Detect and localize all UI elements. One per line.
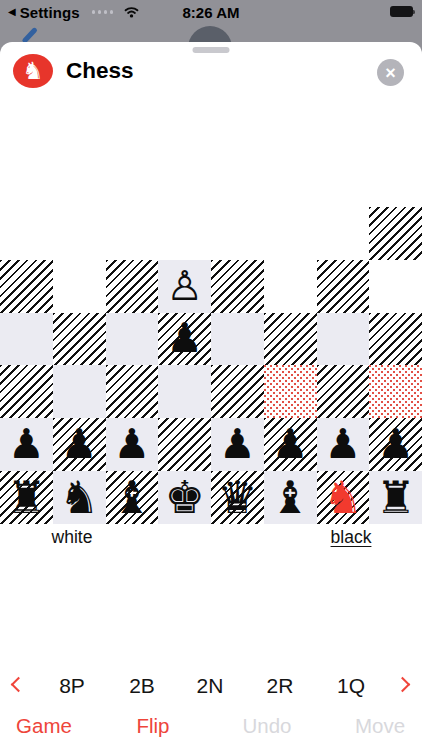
sheet-grab-handle[interactable] [193, 47, 230, 53]
knight-logo-icon: ♞ [22, 59, 44, 83]
square-g4 [53, 260, 106, 313]
square-b5[interactable] [317, 313, 370, 366]
square-f7[interactable]: ♟ [106, 418, 159, 471]
square-h3 [0, 207, 53, 260]
black-knight: ♞ [59, 475, 99, 520]
tray-item-knights[interactable]: 2N [180, 672, 240, 700]
square-e4[interactable]: ♙ [158, 260, 211, 313]
square-d7[interactable]: ♟ [211, 418, 264, 471]
black-bishop: ♝ [112, 475, 152, 520]
square-h6[interactable] [0, 365, 53, 418]
black-pawn: ♟ [61, 424, 98, 465]
square-e8[interactable]: ♚ [158, 471, 211, 524]
game-button[interactable]: Game [12, 713, 76, 739]
square-d5[interactable] [211, 313, 264, 366]
square-b7[interactable]: ♟ [317, 418, 370, 471]
chevron-right-icon [395, 677, 411, 693]
white-pawn: ♙ [166, 266, 203, 307]
tray-item-bishops[interactable]: 2B [112, 672, 172, 700]
flip-button[interactable]: Flip [121, 713, 185, 739]
square-c7[interactable]: ♟ [264, 418, 317, 471]
chevron-left-icon [11, 677, 27, 693]
wifi-icon [123, 6, 140, 18]
square-g6[interactable] [53, 365, 106, 418]
square-c8[interactable]: ♝ [264, 471, 317, 524]
undo-button[interactable]: Undo [235, 713, 299, 739]
black-pawn: ♟ [272, 424, 309, 465]
black-player-label[interactable]: black [320, 527, 382, 548]
chess-board: ♙♟♟♟♟♟♟♟♟♜♞♝♚♛♝♞♜ [0, 207, 422, 524]
square-b4[interactable] [317, 260, 370, 313]
square-d3 [211, 207, 264, 260]
chess-app-icon: ♞ [13, 54, 53, 88]
status-bar: ◀ Settings 8:26 AM [0, 0, 422, 22]
square-a6[interactable] [369, 365, 422, 418]
square-g8[interactable]: ♞ [53, 471, 106, 524]
black-bishop: ♝ [270, 475, 310, 520]
black-king: ♚ [164, 475, 204, 520]
square-d4[interactable] [211, 260, 264, 313]
tray-previous-button[interactable] [9, 676, 29, 696]
square-f5[interactable] [106, 313, 159, 366]
move-button[interactable]: Move [348, 713, 412, 739]
black-pawn: ♟ [377, 424, 414, 465]
black-pawn: ♟ [219, 424, 256, 465]
tray-item-rooks[interactable]: 2R [250, 672, 310, 700]
tray-item-queen[interactable]: 1Q [321, 672, 381, 700]
tray-item-pawns[interactable]: 8P [42, 672, 102, 700]
back-chevron-icon: ◀ [8, 7, 16, 17]
square-f3 [106, 207, 159, 260]
square-d8[interactable]: ♛ [211, 471, 264, 524]
close-button[interactable]: × [377, 59, 404, 86]
square-h8[interactable]: ♜ [0, 471, 53, 524]
square-b6[interactable] [317, 365, 370, 418]
square-f8[interactable]: ♝ [106, 471, 159, 524]
square-g7[interactable]: ♟ [53, 418, 106, 471]
square-h7[interactable]: ♟ [0, 418, 53, 471]
screen: ◀ Settings 8:26 AM ♞ Chess [0, 0, 422, 750]
square-e7[interactable] [158, 418, 211, 471]
square-a5[interactable] [369, 313, 422, 366]
square-e6[interactable] [158, 365, 211, 418]
battery-icon [390, 6, 415, 17]
back-to-settings[interactable]: ◀ Settings [8, 4, 140, 21]
square-c4 [264, 260, 317, 313]
square-f6[interactable] [106, 365, 159, 418]
square-c3 [264, 207, 317, 260]
square-h4[interactable] [0, 260, 53, 313]
square-d6[interactable] [211, 365, 264, 418]
square-g3 [53, 207, 106, 260]
square-e3 [158, 207, 211, 260]
black-pawn: ♟ [113, 424, 150, 465]
cellular-signal-dots-icon [92, 10, 113, 13]
square-a8[interactable]: ♜ [369, 471, 422, 524]
square-e5[interactable]: ♟ [158, 313, 211, 366]
black-pawn: ♟ [324, 424, 361, 465]
black-pawn: ♟ [8, 424, 45, 465]
square-f4[interactable] [106, 260, 159, 313]
square-c5[interactable] [264, 313, 317, 366]
black-rook: ♜ [6, 475, 46, 520]
white-player-label[interactable]: white [41, 527, 103, 548]
square-b8[interactable]: ♞ [317, 471, 370, 524]
chess-app-sheet: ♞ Chess × ♙♟♟♟♟♟♟♟♟♜♞♝♚♛♝♞♜ white black … [0, 42, 422, 750]
close-icon: × [385, 64, 396, 82]
selected-red-knight: ♞ [323, 475, 363, 520]
square-b3 [317, 207, 370, 260]
black-rook: ♜ [375, 475, 415, 520]
square-a7[interactable]: ♟ [369, 418, 422, 471]
tray-next-button[interactable] [393, 676, 413, 696]
square-c6[interactable] [264, 365, 317, 418]
square-a3[interactable] [369, 207, 422, 260]
dimmed-background: ◀ Settings 8:26 AM [0, 0, 422, 42]
square-h5[interactable] [0, 313, 53, 366]
black-pawn: ♟ [166, 318, 203, 359]
app-title: Chess [66, 58, 134, 84]
black-queen: ♛ [217, 475, 257, 520]
square-a4 [369, 260, 422, 313]
square-g5[interactable] [53, 313, 106, 366]
